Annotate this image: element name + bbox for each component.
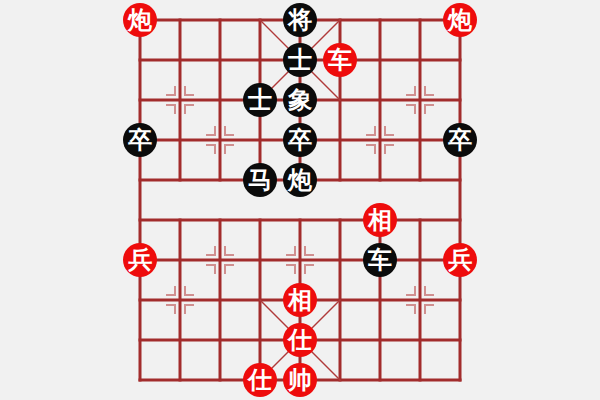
piece-red-general[interactable]: 帅 <box>283 363 317 397</box>
piece-black-pawn-1[interactable]: 卒 <box>123 123 157 157</box>
piece-black-cannon-1[interactable]: 炮 <box>283 163 317 197</box>
piece-black-chariot-1[interactable]: 车 <box>363 243 397 277</box>
piece-red-advisor-2[interactable]: 仕 <box>243 363 277 397</box>
piece-black-pawn-3[interactable]: 卒 <box>443 123 477 157</box>
piece-black-pawn-2[interactable]: 卒 <box>283 123 317 157</box>
piece-black-elephant-1[interactable]: 象 <box>283 83 317 117</box>
piece-red-elephant-2[interactable]: 相 <box>283 283 317 317</box>
xiangqi-app: 炮将炮士车士象卒卒卒马炮相兵车兵相仕仕帅 <box>0 0 600 400</box>
piece-black-advisor-1[interactable]: 士 <box>283 43 317 77</box>
piece-red-pawn-2[interactable]: 兵 <box>443 243 477 277</box>
piece-red-cannon-1[interactable]: 炮 <box>123 3 157 37</box>
piece-black-horse-1[interactable]: 马 <box>243 163 277 197</box>
piece-red-advisor-1[interactable]: 仕 <box>283 323 317 357</box>
piece-black-general[interactable]: 将 <box>283 3 317 37</box>
piece-red-cannon-2[interactable]: 炮 <box>443 3 477 37</box>
piece-red-elephant-1[interactable]: 相 <box>363 203 397 237</box>
piece-red-pawn-1[interactable]: 兵 <box>123 243 157 277</box>
piece-black-advisor-2[interactable]: 士 <box>243 83 277 117</box>
piece-red-chariot-1[interactable]: 车 <box>323 43 357 77</box>
xiangqi-board: 炮将炮士车士象卒卒卒马炮相兵车兵相仕仕帅 <box>120 0 480 400</box>
